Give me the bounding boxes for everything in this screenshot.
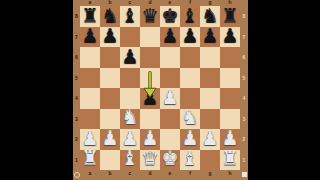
rank-label-5: 5	[242, 71, 247, 84]
piece-black-pawn-c6[interactable]: ♟	[121, 46, 138, 65]
rank-label-3: 3	[242, 112, 247, 125]
square-d6[interactable]	[140, 47, 160, 68]
square-b1[interactable]	[100, 150, 120, 171]
square-b4[interactable]	[100, 88, 120, 109]
square-e7[interactable]: ♟	[160, 27, 180, 48]
square-a6[interactable]	[80, 47, 100, 68]
piece-black-bishop-f8[interactable]: ♝	[181, 5, 198, 24]
square-e3[interactable]	[160, 109, 180, 130]
file-label-h: h	[224, 171, 236, 177]
square-a1[interactable]: ♜	[80, 150, 100, 171]
square-g2[interactable]: ♟	[200, 129, 220, 150]
piece-black-pawn-d4[interactable]: ♟	[141, 87, 158, 106]
rank-label-1: 1	[74, 153, 78, 166]
rank-label-1: 1	[242, 153, 247, 166]
rank-label-8: 8	[74, 10, 78, 23]
square-h5[interactable]	[220, 68, 240, 89]
square-h4[interactable]	[220, 88, 240, 109]
piece-white-pawn-a2[interactable]: ♟	[81, 128, 98, 147]
piece-white-rook-h1[interactable]: ♜	[221, 149, 238, 168]
rank-label-6: 6	[74, 51, 78, 64]
square-d1[interactable]: ♛	[140, 150, 160, 171]
rank-label-2: 2	[74, 133, 78, 146]
square-h6[interactable]	[220, 47, 240, 68]
piece-white-king-e1[interactable]: ♚	[161, 149, 178, 168]
square-e6[interactable]	[160, 47, 180, 68]
piece-black-pawn-f7[interactable]: ♟	[181, 26, 198, 45]
file-label-f: f	[184, 171, 196, 177]
piece-white-pawn-h2[interactable]: ♟	[221, 128, 238, 147]
square-d8[interactable]: ♛	[140, 6, 160, 27]
square-e4[interactable]: ♟	[160, 88, 180, 109]
square-b7[interactable]: ♟	[100, 27, 120, 48]
piece-black-queen-d8[interactable]: ♛	[141, 5, 158, 24]
file-label-b: b	[104, 171, 116, 177]
file-label-g: g	[204, 171, 216, 177]
rank-label-7: 7	[242, 30, 247, 43]
piece-black-knight-b8[interactable]: ♞	[101, 5, 118, 24]
file-label-d: d	[144, 171, 156, 177]
square-c6[interactable]: ♟	[120, 47, 140, 68]
square-f5[interactable]	[180, 68, 200, 89]
square-e1[interactable]: ♚	[160, 150, 180, 171]
piece-white-rook-a1[interactable]: ♜	[81, 149, 98, 168]
square-a7[interactable]: ♟	[80, 27, 100, 48]
square-g7[interactable]: ♟	[200, 27, 220, 48]
piece-white-pawn-f2[interactable]: ♟	[181, 128, 198, 147]
square-a5[interactable]	[80, 68, 100, 89]
square-f6[interactable]	[180, 47, 200, 68]
piece-black-bishop-c8[interactable]: ♝	[121, 5, 138, 24]
square-f7[interactable]: ♟	[180, 27, 200, 48]
square-c8[interactable]: ♝	[120, 6, 140, 27]
board-grid: ♜♞♝♛♚♝♞♜♟♟♟♟♟♟♟♟♟♞♞♟♟♟♟♟♟♟♜♝♛♚♝♜	[80, 6, 240, 170]
chess-board: abcdefgh abcdefgh 87654321 87654321 ♜♞♝♛…	[73, 0, 248, 180]
piece-white-knight-f3[interactable]: ♞	[181, 108, 198, 127]
piece-black-pawn-b7[interactable]: ♟	[101, 26, 118, 45]
rank-label-5: 5	[74, 71, 78, 84]
square-b5[interactable]	[100, 68, 120, 89]
rank-label-7: 7	[74, 30, 78, 43]
board-corner-square-icon	[242, 172, 247, 177]
file-label-c: c	[124, 171, 136, 177]
rank-labels-left: 87654321	[73, 6, 80, 170]
piece-black-pawn-g7[interactable]: ♟	[201, 26, 218, 45]
square-f1[interactable]: ♝	[180, 150, 200, 171]
piece-black-knight-g8[interactable]: ♞	[201, 5, 218, 24]
square-g6[interactable]	[200, 47, 220, 68]
square-d7[interactable]	[140, 27, 160, 48]
rank-label-3: 3	[74, 112, 78, 125]
square-h1[interactable]: ♜	[220, 150, 240, 171]
rank-label-4: 4	[74, 92, 78, 105]
square-g4[interactable]	[200, 88, 220, 109]
piece-white-pawn-g2[interactable]: ♟	[201, 128, 218, 147]
square-a4[interactable]	[80, 88, 100, 109]
square-b2[interactable]: ♟	[100, 129, 120, 150]
square-c5[interactable]	[120, 68, 140, 89]
file-labels-bottom: abcdefgh	[80, 170, 240, 180]
piece-white-pawn-c2[interactable]: ♟	[121, 128, 138, 147]
rank-label-8: 8	[242, 10, 247, 23]
piece-white-bishop-c1[interactable]: ♝	[121, 149, 138, 168]
square-g5[interactable]	[200, 68, 220, 89]
piece-white-pawn-d2[interactable]: ♟	[141, 128, 158, 147]
square-c1[interactable]: ♝	[120, 150, 140, 171]
piece-black-rook-h8[interactable]: ♜	[221, 5, 238, 24]
piece-black-pawn-e7[interactable]: ♟	[161, 26, 178, 45]
piece-black-rook-a8[interactable]: ♜	[81, 5, 98, 24]
file-label-a: a	[84, 171, 96, 177]
board-corner-circle-icon	[74, 172, 80, 178]
file-label-e: e	[164, 171, 176, 177]
piece-white-pawn-b2[interactable]: ♟	[101, 128, 118, 147]
rank-label-6: 6	[242, 51, 247, 64]
piece-black-pawn-a7[interactable]: ♟	[81, 26, 98, 45]
square-g1[interactable]	[200, 150, 220, 171]
square-b6[interactable]	[100, 47, 120, 68]
rank-label-2: 2	[242, 133, 247, 146]
piece-black-pawn-h7[interactable]: ♟	[221, 26, 238, 45]
rank-label-4: 4	[242, 92, 247, 105]
piece-white-pawn-e4[interactable]: ♟	[161, 87, 178, 106]
square-d4[interactable]: ♟	[140, 88, 160, 109]
piece-black-king-e8[interactable]: ♚	[161, 5, 178, 24]
piece-white-bishop-f1[interactable]: ♝	[181, 149, 198, 168]
piece-white-queen-d1[interactable]: ♛	[141, 149, 158, 168]
square-h7[interactable]: ♟	[220, 27, 240, 48]
piece-white-knight-c3[interactable]: ♞	[121, 108, 138, 127]
rank-labels-right: 87654321	[240, 6, 248, 170]
